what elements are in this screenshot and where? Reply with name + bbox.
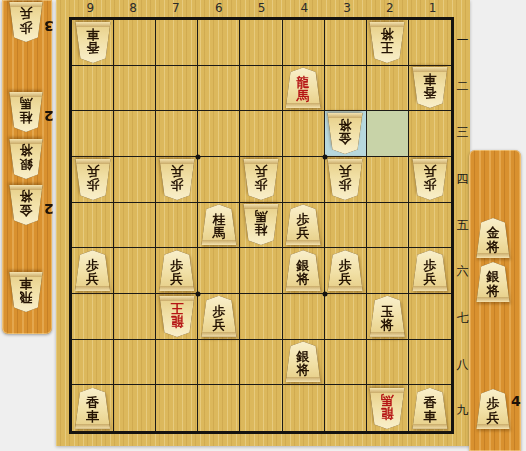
square-15[interactable]: [409, 203, 451, 249]
piece-kanji: 銀将: [284, 250, 322, 291]
piece-sente-歩兵[interactable]: 歩兵: [74, 250, 112, 291]
board-grid: 香車王将龍馬香車金将歩兵歩兵歩兵歩兵歩兵桂馬桂馬歩兵歩兵歩兵銀将歩兵歩兵龍王歩兵…: [69, 17, 454, 434]
piece-sente-歩兵[interactable]: 歩兵: [475, 389, 511, 429]
star-point: [322, 292, 327, 297]
file-label: 6: [197, 0, 240, 15]
square-66[interactable]: [198, 248, 240, 294]
square-24[interactable]: [367, 157, 409, 203]
square-65[interactable]: 桂馬: [198, 203, 240, 249]
piece-gote-歩兵[interactable]: 歩兵: [74, 159, 112, 200]
file-label: 5: [240, 0, 283, 15]
square-16[interactable]: 歩兵: [409, 248, 451, 294]
hand-count: 2: [44, 108, 54, 124]
square-32[interactable]: [325, 66, 367, 112]
piece-sente-香車[interactable]: 香車: [411, 388, 449, 429]
piece-gote-桂馬[interactable]: 桂馬: [242, 204, 280, 245]
square-18[interactable]: [409, 340, 451, 386]
square-39[interactable]: [325, 385, 367, 431]
hand-gote-金将[interactable]: 金将2: [8, 185, 44, 225]
square-56[interactable]: [240, 248, 282, 294]
piece-sente-歩兵[interactable]: 歩兵: [200, 296, 238, 337]
star-point: [196, 292, 201, 297]
square-45[interactable]: 歩兵: [283, 203, 325, 249]
piece-kanji: 飛車: [8, 272, 44, 312]
square-76[interactable]: 歩兵: [156, 248, 198, 294]
square-58[interactable]: [240, 340, 282, 386]
square-12[interactable]: 香車: [409, 66, 451, 112]
square-52[interactable]: [240, 66, 282, 112]
star-point: [196, 155, 201, 160]
rank-label: 五: [455, 202, 470, 248]
piece-kanji: 金将: [8, 185, 44, 225]
piece-kanji: 歩兵: [8, 2, 44, 42]
piece-kanji: 王将: [368, 22, 406, 63]
piece-gote-桂馬[interactable]: 桂馬: [8, 92, 44, 132]
square-21[interactable]: 王将: [367, 20, 409, 66]
hand-count: 3: [44, 18, 54, 34]
piece-gote-歩兵[interactable]: 歩兵: [8, 2, 44, 42]
square-63[interactable]: [198, 111, 240, 157]
piece-sente-龍馬[interactable]: 龍馬: [284, 67, 322, 108]
square-71[interactable]: [156, 20, 198, 66]
piece-kanji: 香車: [74, 22, 112, 63]
piece-kanji: 歩兵: [284, 204, 322, 245]
piece-kanji: 歩兵: [326, 250, 364, 291]
square-17[interactable]: [409, 294, 451, 340]
square-53[interactable]: [240, 111, 282, 157]
hand-count: 2: [44, 201, 54, 217]
piece-kanji: 香車: [74, 388, 112, 429]
file-label: 9: [69, 0, 112, 15]
square-81[interactable]: [114, 20, 156, 66]
square-72[interactable]: [156, 66, 198, 112]
square-51[interactable]: [240, 20, 282, 66]
piece-kanji: 歩兵: [411, 159, 449, 200]
square-57[interactable]: [240, 294, 282, 340]
rank-label: 四: [455, 156, 470, 202]
piece-kanji: 香車: [411, 388, 449, 429]
square-61[interactable]: [198, 20, 240, 66]
square-33[interactable]: 金将: [325, 111, 367, 157]
square-89[interactable]: [114, 385, 156, 431]
square-73[interactable]: [156, 111, 198, 157]
piece-sente-歩兵[interactable]: 歩兵: [326, 250, 364, 291]
piece-kanji: 歩兵: [158, 250, 196, 291]
piece-kanji: 歩兵: [74, 159, 112, 200]
piece-sente-香車[interactable]: 香車: [74, 388, 112, 429]
piece-kanji: 銀将: [475, 262, 511, 302]
piece-sente-銀将[interactable]: 銀将: [284, 341, 322, 382]
piece-kanji: 歩兵: [242, 159, 280, 200]
square-78[interactable]: [156, 340, 198, 386]
rank-label: 三: [455, 110, 470, 156]
square-44[interactable]: [283, 157, 325, 203]
file-label: 2: [368, 0, 411, 15]
square-68[interactable]: [198, 340, 240, 386]
rank-label: 七: [455, 295, 470, 341]
square-79[interactable]: [156, 385, 198, 431]
piece-kanji: 歩兵: [326, 159, 364, 200]
piece-gote-香車[interactable]: 香車: [74, 22, 112, 63]
square-14[interactable]: 歩兵: [409, 157, 451, 203]
square-23[interactable]: [367, 111, 409, 157]
piece-gote-龍王[interactable]: 龍王: [158, 296, 196, 337]
file-label: 7: [155, 0, 198, 15]
hand-gote-歩兵[interactable]: 歩兵3: [8, 2, 44, 42]
star-point: [322, 155, 327, 160]
square-82[interactable]: [114, 66, 156, 112]
square-69[interactable]: [198, 385, 240, 431]
square-27[interactable]: 玉将: [367, 294, 409, 340]
square-34[interactable]: 歩兵: [325, 157, 367, 203]
piece-gote-飛車[interactable]: 飛車: [8, 272, 44, 312]
rank-labels: 一二三四五六七八九: [455, 17, 470, 434]
hand-count: 4: [511, 393, 521, 409]
rank-label: 六: [455, 249, 470, 295]
square-38[interactable]: [325, 340, 367, 386]
piece-sente-銀将[interactable]: 銀将: [475, 262, 511, 302]
square-31[interactable]: [325, 20, 367, 66]
rank-label: 九: [455, 388, 470, 434]
piece-kanji: 歩兵: [74, 250, 112, 291]
hand-gote-飛車[interactable]: 飛車: [8, 272, 44, 312]
square-19[interactable]: 香車: [409, 385, 451, 431]
piece-gote-金将[interactable]: 金将: [8, 185, 44, 225]
piece-kanji: 銀将: [8, 139, 44, 179]
piece-kanji: 歩兵: [200, 296, 238, 337]
file-label: 8: [112, 0, 155, 15]
square-75[interactable]: [156, 203, 198, 249]
square-25[interactable]: [367, 203, 409, 249]
square-59[interactable]: [240, 385, 282, 431]
square-54[interactable]: 歩兵: [240, 157, 282, 203]
piece-kanji: 歩兵: [475, 389, 511, 429]
square-67[interactable]: 歩兵: [198, 294, 240, 340]
square-93[interactable]: [72, 111, 114, 157]
square-47[interactable]: [283, 294, 325, 340]
piece-gote-王将[interactable]: 王将: [368, 22, 406, 63]
piece-gote-歩兵[interactable]: 歩兵: [326, 159, 364, 200]
hand-gote-桂馬[interactable]: 桂馬2: [8, 92, 44, 132]
square-43[interactable]: [283, 111, 325, 157]
piece-gote-歩兵[interactable]: 歩兵: [158, 159, 196, 200]
piece-sente-金将[interactable]: 金将: [475, 218, 511, 258]
square-41[interactable]: [283, 20, 325, 66]
piece-kanji: 桂馬: [242, 204, 280, 245]
file-labels: 987654321: [69, 0, 454, 15]
square-22[interactable]: [367, 66, 409, 112]
rank-label: 二: [455, 63, 470, 109]
square-98[interactable]: [72, 340, 114, 386]
square-13[interactable]: [409, 111, 451, 157]
square-88[interactable]: [114, 340, 156, 386]
square-62[interactable]: [198, 66, 240, 112]
square-55[interactable]: 桂馬: [240, 203, 282, 249]
piece-kanji: 桂馬: [8, 92, 44, 132]
shogi-app: 歩兵3桂馬2銀将金将2飛車 987654321 香車王将龍馬香車金将歩兵歩兵歩兵…: [0, 0, 526, 451]
piece-gote-歩兵[interactable]: 歩兵: [411, 159, 449, 200]
square-83[interactable]: [114, 111, 156, 157]
shogi-board: 987654321 香車王将龍馬香車金将歩兵歩兵歩兵歩兵歩兵桂馬桂馬歩兵歩兵歩兵…: [56, 0, 470, 446]
piece-kanji: 龍馬: [368, 388, 406, 429]
square-91[interactable]: 香車: [72, 20, 114, 66]
piece-kanji: 金将: [475, 218, 511, 258]
piece-sente-玉将[interactable]: 玉将: [368, 296, 406, 337]
square-26[interactable]: [367, 248, 409, 294]
square-74[interactable]: 歩兵: [156, 157, 198, 203]
piece-kanji: 龍王: [158, 296, 196, 337]
file-label: 1: [411, 0, 454, 15]
square-42[interactable]: 龍馬: [283, 66, 325, 112]
square-28[interactable]: [367, 340, 409, 386]
file-label: 4: [283, 0, 326, 15]
rank-label: 一: [455, 17, 470, 63]
gote-captured-stand: 歩兵3桂馬2銀将金将2飛車: [2, 0, 52, 334]
square-77[interactable]: 龍王: [156, 294, 198, 340]
piece-kanji: 歩兵: [158, 159, 196, 200]
piece-kanji: 桂馬: [200, 204, 238, 245]
square-48[interactable]: 銀将: [283, 340, 325, 386]
square-95[interactable]: [72, 203, 114, 249]
square-46[interactable]: 銀将: [283, 248, 325, 294]
square-86[interactable]: [114, 248, 156, 294]
piece-sente-歩兵[interactable]: 歩兵: [158, 250, 196, 291]
square-37[interactable]: [325, 294, 367, 340]
piece-gote-金将[interactable]: 金将: [326, 113, 364, 154]
piece-gote-歩兵[interactable]: 歩兵: [242, 159, 280, 200]
piece-kanji: 龍馬: [284, 67, 322, 108]
square-99[interactable]: 香車: [72, 385, 114, 431]
square-85[interactable]: [114, 203, 156, 249]
square-92[interactable]: [72, 66, 114, 112]
piece-gote-銀将[interactable]: 銀将: [8, 139, 44, 179]
piece-gote-香車[interactable]: 香車: [411, 67, 449, 108]
sente-captured-stand: 金将銀将歩兵4: [469, 150, 521, 451]
square-87[interactable]: [114, 294, 156, 340]
square-96[interactable]: 歩兵: [72, 248, 114, 294]
square-36[interactable]: 歩兵: [325, 248, 367, 294]
rank-label: 八: [455, 341, 470, 387]
piece-kanji: 金将: [326, 113, 364, 154]
square-97[interactable]: [72, 294, 114, 340]
piece-sente-歩兵[interactable]: 歩兵: [411, 250, 449, 291]
square-49[interactable]: [283, 385, 325, 431]
hand-sente-歩兵[interactable]: 歩兵4: [475, 389, 511, 429]
file-label: 3: [326, 0, 369, 15]
square-29[interactable]: 龍馬: [367, 385, 409, 431]
piece-kanji: 香車: [411, 67, 449, 108]
piece-kanji: 歩兵: [411, 250, 449, 291]
piece-kanji: 玉将: [368, 296, 406, 337]
piece-sente-銀将[interactable]: 銀将: [284, 250, 322, 291]
hand-gote-銀将[interactable]: 銀将: [8, 139, 44, 179]
square-84[interactable]: [114, 157, 156, 203]
square-11[interactable]: [409, 20, 451, 66]
piece-gote-龍馬[interactable]: 龍馬: [368, 388, 406, 429]
square-64[interactable]: [198, 157, 240, 203]
hand-sente-銀将[interactable]: 銀将: [475, 262, 511, 302]
hand-sente-金将[interactable]: 金将: [475, 218, 511, 258]
square-35[interactable]: [325, 203, 367, 249]
square-94[interactable]: 歩兵: [72, 157, 114, 203]
piece-sente-歩兵[interactable]: 歩兵: [284, 204, 322, 245]
piece-sente-桂馬[interactable]: 桂馬: [200, 204, 238, 245]
piece-kanji: 銀将: [284, 341, 322, 382]
